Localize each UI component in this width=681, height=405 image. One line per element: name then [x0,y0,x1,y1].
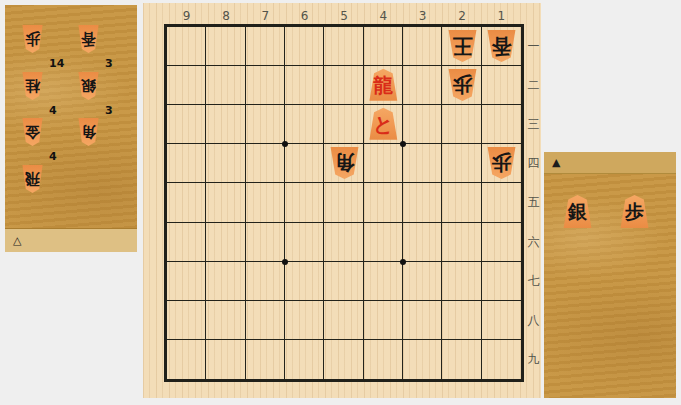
board-cell[interactable] [167,27,206,66]
star-point [400,141,406,147]
board-cell[interactable] [324,340,363,379]
gote-hand-count-桂: 4 [49,104,57,117]
board-cell[interactable] [246,105,285,144]
board-cell[interactable] [442,223,481,262]
board-cell[interactable] [442,105,481,144]
board-cell[interactable] [285,262,324,301]
board-cell[interactable] [285,223,324,262]
gote-hand-piece-歩[interactable]: 歩 [22,25,43,53]
board-cell[interactable] [206,105,245,144]
board-cell[interactable] [403,340,442,379]
board-cell[interactable] [324,27,363,66]
gote-hand-footer: △ [5,228,137,252]
file-labels: 987654321 [167,9,521,24]
rank-label: 三 [526,105,541,144]
board-cell[interactable] [246,66,285,105]
board-cell[interactable] [167,183,206,222]
rank-label: 五 [526,183,541,222]
board-cell[interactable] [403,262,442,301]
file-label: 8 [206,9,245,23]
board-cell[interactable] [167,223,206,262]
board-cell[interactable] [285,105,324,144]
rank-label: 八 [526,301,541,340]
board-cell[interactable] [167,262,206,301]
board-cell[interactable] [442,340,481,379]
board-cell[interactable] [482,105,521,144]
file-label: 4 [364,9,403,23]
board-cell[interactable] [285,66,324,105]
sente-hand-header: ▲ [544,152,676,174]
board-cell[interactable] [482,183,521,222]
sente-marker: ▲ [552,157,560,168]
gote-hand-piece-飛[interactable]: 飛 [22,165,43,193]
rank-label: 四 [526,144,541,183]
board-cell[interactable] [324,223,363,262]
board-cell[interactable] [285,27,324,66]
board-cell[interactable] [482,301,521,340]
board-cell[interactable] [403,183,442,222]
sente-hand-piece-銀[interactable]: 銀 [563,195,592,228]
board-cell[interactable] [403,105,442,144]
board-cell[interactable] [442,183,481,222]
board-cell[interactable] [442,262,481,301]
file-label: 6 [285,9,324,23]
board-cell[interactable] [482,223,521,262]
board-cell[interactable] [482,262,521,301]
board-cell[interactable] [246,27,285,66]
rank-label: 二 [526,66,541,105]
board-cell[interactable] [442,301,481,340]
board-cell[interactable] [246,183,285,222]
board-cell[interactable] [482,66,521,105]
board-cell[interactable] [167,105,206,144]
board-cell[interactable] [364,301,403,340]
board-cell[interactable] [246,301,285,340]
board-cell[interactable] [403,223,442,262]
board-cell[interactable] [167,66,206,105]
board-cell[interactable] [246,262,285,301]
gote-hand-count-銀: 3 [105,104,113,117]
board-cell[interactable] [206,183,245,222]
star-point [400,259,406,265]
board-cell[interactable] [206,66,245,105]
board-cell[interactable] [403,144,442,183]
star-point [282,141,288,147]
board-cell[interactable] [206,27,245,66]
board-cell[interactable] [167,301,206,340]
gote-hand-piece-金[interactable]: 金 [22,118,43,146]
file-label: 9 [167,9,206,23]
gote-hand-count-歩: 14 [49,57,64,70]
board-cell[interactable] [364,144,403,183]
rank-label: 一 [526,27,541,66]
board-cell[interactable] [285,183,324,222]
board-cell[interactable] [285,144,324,183]
star-point [282,259,288,265]
file-label: 3 [403,9,442,23]
board-cell[interactable] [246,223,285,262]
board-cell[interactable] [167,144,206,183]
board-cell[interactable] [206,262,245,301]
board-cell[interactable] [206,223,245,262]
board-cell[interactable] [403,27,442,66]
gote-hand-piece-香[interactable]: 香 [78,25,99,53]
board-cell[interactable] [364,262,403,301]
board-cell[interactable] [364,223,403,262]
board-grid: 王香龍歩と角歩 [164,24,524,382]
gote-hand-tray: 歩14香3桂4銀3金4角飛 △ [5,5,137,252]
board-cell[interactable] [246,144,285,183]
gote-hand-piece-桂[interactable]: 桂 [22,72,43,100]
board-cell[interactable] [324,301,363,340]
rank-label: 七 [526,262,541,301]
board-cell[interactable] [324,66,363,105]
board-cell[interactable] [285,340,324,379]
board-cell[interactable] [206,144,245,183]
rank-label: 六 [526,223,541,262]
shogi-app: 歩14香3桂4銀3金4角飛 △ 987654321 一二三四五六七八九 王香龍歩… [0,0,681,405]
sente-hand-tray: ▲ 銀歩 [544,152,676,398]
board-cell[interactable] [324,105,363,144]
file-label: 7 [246,9,285,23]
gote-hand-count-金: 4 [49,150,57,163]
board-cell[interactable] [403,301,442,340]
board-cell[interactable] [324,183,363,222]
rank-label: 九 [526,340,541,379]
board-cell[interactable] [206,301,245,340]
gote-hand-piece-銀[interactable]: 銀 [78,72,99,100]
file-label: 2 [442,9,481,23]
rank-labels: 一二三四五六七八九 [526,27,541,379]
gote-hand-count-香: 3 [105,57,113,70]
board-cell[interactable] [167,340,206,379]
sente-hand-piece-歩[interactable]: 歩 [620,195,649,228]
gote-marker: △ [13,235,21,246]
board-panel: 987654321 一二三四五六七八九 王香龍歩と角歩 [143,3,541,398]
file-label: 1 [482,9,521,23]
board-cell[interactable] [482,340,521,379]
board-cell[interactable] [324,262,363,301]
board-cell[interactable] [364,340,403,379]
board-cell[interactable] [364,183,403,222]
board-cell[interactable] [442,144,481,183]
file-label: 5 [324,9,363,23]
board-cell[interactable] [364,27,403,66]
board-cell[interactable] [206,340,245,379]
board-cell[interactable] [246,340,285,379]
board-cell[interactable] [285,301,324,340]
board-cell[interactable] [403,66,442,105]
gote-hand-piece-角[interactable]: 角 [78,118,99,146]
